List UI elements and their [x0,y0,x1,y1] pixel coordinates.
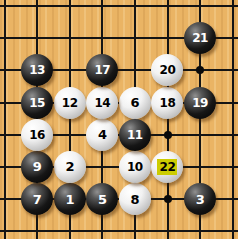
stone-black-5: 5 [86,183,118,215]
stone-black-7: 7 [21,183,53,215]
move-number: 21 [192,32,208,44]
stone-black-1: 1 [54,183,86,215]
move-number: 2 [65,160,74,173]
move-number: 3 [196,193,205,206]
move-number: 13 [29,64,45,76]
move-number: 19 [192,97,208,109]
stone-white-22: 22 [151,151,183,183]
move-number: 1 [65,193,74,206]
move-number: 7 [33,193,42,206]
stone-black-19: 19 [184,87,216,119]
stone-white-2: 2 [54,151,86,183]
move-number: 17 [94,64,110,76]
move-number: 6 [131,96,140,109]
stone-white-8: 8 [119,183,151,215]
move-number: 9 [33,160,42,173]
move-number: 12 [62,97,78,109]
move-number: 20 [160,64,176,76]
move-number: 11 [127,129,143,141]
stone-black-13: 13 [21,54,53,86]
stones-grid: 12345678910111213141516171819202122 [0,0,238,239]
stone-white-10: 10 [119,151,151,183]
stone-black-21: 21 [184,22,216,54]
stone-white-18: 18 [151,87,183,119]
stone-black-3: 3 [184,183,216,215]
move-number: 4 [98,128,107,141]
go-board[interactable]: 12345678910111213141516171819202122 [0,0,238,239]
stone-black-11: 11 [119,119,151,151]
move-number: 15 [29,97,45,109]
stone-black-17: 17 [86,54,118,86]
move-number: 10 [127,161,143,173]
stone-white-4: 4 [86,119,118,151]
move-number: 22 [160,161,176,173]
stone-white-16: 16 [21,119,53,151]
move-number: 18 [160,97,176,109]
stone-black-15: 15 [21,87,53,119]
move-number: 16 [29,129,45,141]
move-number: 5 [98,193,107,206]
stone-black-9: 9 [21,151,53,183]
move-number: 8 [131,193,140,206]
stone-white-14: 14 [86,87,118,119]
stone-white-12: 12 [54,87,86,119]
move-number: 14 [94,97,110,109]
stone-white-20: 20 [151,54,183,86]
stone-white-6: 6 [119,87,151,119]
